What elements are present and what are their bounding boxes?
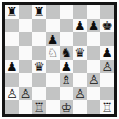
square-f4[interactable]	[73, 60, 87, 74]
piece-bP-d6: ♟	[47, 32, 58, 45]
piece-bQ-c4: ♛	[33, 60, 44, 73]
piece-bN-e5: ♞	[61, 46, 72, 59]
square-a7[interactable]	[5, 19, 19, 33]
square-d1[interactable]	[46, 100, 60, 114]
square-e3[interactable]: ♗	[60, 73, 74, 87]
square-a4[interactable]: ♟	[5, 60, 19, 74]
square-d6[interactable]: ♟	[46, 32, 60, 46]
square-b1[interactable]	[19, 100, 33, 114]
square-g6[interactable]	[87, 32, 101, 46]
square-e8[interactable]	[60, 5, 74, 19]
piece-wP-a2: ♙	[6, 87, 17, 100]
square-g4[interactable]	[87, 60, 101, 74]
square-b5[interactable]	[19, 46, 33, 60]
square-g8[interactable]	[87, 5, 101, 19]
chess-board-grid: ♜♜♟♟♚♟♘♞♛♟♟♛♟♙♗♙♙♙♙♖♔♖	[5, 5, 114, 114]
square-h3[interactable]	[100, 73, 114, 87]
square-h8[interactable]	[100, 5, 114, 19]
square-b6[interactable]	[19, 32, 33, 46]
square-e2[interactable]	[60, 87, 74, 101]
square-g7[interactable]: ♟	[87, 19, 101, 33]
square-g3[interactable]: ♙	[87, 73, 101, 87]
square-h7[interactable]: ♚	[100, 19, 114, 33]
square-h1[interactable]: ♖	[100, 100, 114, 114]
piece-bP-h5: ♟	[102, 46, 113, 59]
square-b8[interactable]	[19, 5, 33, 19]
square-e6[interactable]	[60, 32, 74, 46]
square-f3[interactable]	[73, 73, 87, 87]
square-c1[interactable]: ♖	[32, 100, 46, 114]
piece-bQ-f5: ♛	[74, 46, 85, 59]
piece-wB-e3: ♗	[61, 73, 72, 86]
piece-wR-c1: ♖	[33, 100, 44, 113]
square-a2[interactable]: ♙	[5, 87, 19, 101]
piece-wP-f2: ♙	[74, 87, 85, 100]
square-a3[interactable]	[5, 73, 19, 87]
piece-bP-f7: ♟	[74, 19, 85, 32]
piece-wK-e1: ♔	[61, 100, 72, 113]
square-h2[interactable]	[100, 87, 114, 101]
square-a8[interactable]: ♜	[5, 5, 19, 19]
piece-bP-e4: ♟	[61, 60, 72, 73]
piece-wP-b2: ♙	[20, 87, 31, 100]
square-c6[interactable]	[32, 32, 46, 46]
square-d2[interactable]	[46, 87, 60, 101]
square-g1[interactable]	[87, 100, 101, 114]
square-d4[interactable]	[46, 60, 60, 74]
square-e1[interactable]: ♔	[60, 100, 74, 114]
piece-wR-h1: ♖	[102, 100, 113, 113]
square-e4[interactable]: ♟	[60, 60, 74, 74]
square-g5[interactable]	[87, 46, 101, 60]
square-d3[interactable]	[46, 73, 60, 87]
square-c8[interactable]: ♜	[32, 5, 46, 19]
square-h5[interactable]: ♟	[100, 46, 114, 60]
square-a5[interactable]	[5, 46, 19, 60]
piece-bK-h7: ♚	[102, 19, 113, 32]
square-f5[interactable]: ♛	[73, 46, 87, 60]
square-f2[interactable]: ♙	[73, 87, 87, 101]
square-d8[interactable]	[46, 5, 60, 19]
square-h6[interactable]	[100, 32, 114, 46]
square-c7[interactable]	[32, 19, 46, 33]
square-c2[interactable]	[32, 87, 46, 101]
square-h4[interactable]: ♙	[100, 60, 114, 74]
square-f6[interactable]	[73, 32, 87, 46]
square-e7[interactable]	[60, 19, 74, 33]
square-b3[interactable]	[19, 73, 33, 87]
square-d7[interactable]	[46, 19, 60, 33]
square-b4[interactable]	[19, 60, 33, 74]
piece-wN-d5: ♘	[47, 46, 58, 59]
square-c3[interactable]	[32, 73, 46, 87]
square-d5[interactable]: ♘	[46, 46, 60, 60]
square-g2[interactable]	[87, 87, 101, 101]
piece-wP-g3: ♙	[88, 73, 99, 86]
square-b2[interactable]: ♙	[19, 87, 33, 101]
piece-bP-g7: ♟	[88, 19, 99, 32]
piece-bR-c8: ♜	[33, 5, 44, 18]
square-c5[interactable]	[32, 46, 46, 60]
square-a1[interactable]	[5, 100, 19, 114]
square-c4[interactable]: ♛	[32, 60, 46, 74]
piece-bR-a8: ♜	[6, 5, 17, 18]
square-f7[interactable]: ♟	[73, 19, 87, 33]
square-f8[interactable]	[73, 5, 87, 19]
piece-wP-h4: ♙	[102, 60, 113, 73]
square-e5[interactable]: ♞	[60, 46, 74, 60]
square-f1[interactable]	[73, 100, 87, 114]
piece-bP-a4: ♟	[6, 60, 17, 73]
chess-board: ♜♜♟♟♚♟♘♞♛♟♟♛♟♙♗♙♙♙♙♖♔♖	[2, 2, 117, 117]
square-b7[interactable]	[19, 19, 33, 33]
square-a6[interactable]	[5, 32, 19, 46]
